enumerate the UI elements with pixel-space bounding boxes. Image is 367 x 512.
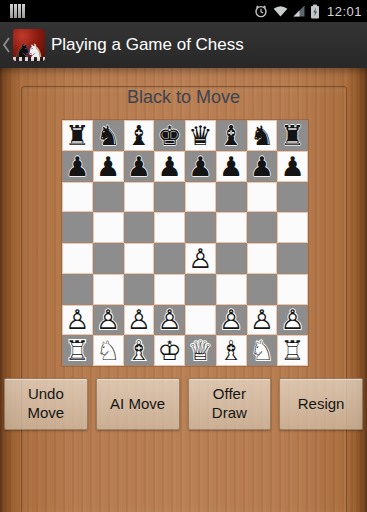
piece-white-pawn-b2: ♟♙ xyxy=(93,305,124,336)
square-b3[interactable] xyxy=(93,274,124,305)
square-h8[interactable]: ♜ xyxy=(277,120,308,151)
piece-white-pawn-e4: ♟♙ xyxy=(185,243,216,274)
square-g1[interactable]: ♞♘ xyxy=(247,335,278,366)
square-c8[interactable]: ♝ xyxy=(124,120,155,151)
square-g2[interactable]: ♟♙ xyxy=(247,305,278,336)
square-f1[interactable]: ♝♗ xyxy=(216,335,247,366)
square-c5[interactable] xyxy=(124,212,155,243)
ai-move-button[interactable]: AI Move xyxy=(96,378,180,430)
square-h2[interactable]: ♟♙ xyxy=(277,305,308,336)
status-time: 12:01 xyxy=(327,4,362,19)
piece-black-knight-g8: ♞ xyxy=(250,122,274,149)
piece-black-pawn-d7: ♟ xyxy=(158,153,182,180)
piece-black-rook-h8: ♜ xyxy=(281,122,305,149)
square-b1[interactable]: ♞♘ xyxy=(93,335,124,366)
square-a5[interactable] xyxy=(62,212,93,243)
square-g3[interactable] xyxy=(247,274,278,305)
square-c2[interactable]: ♟♙ xyxy=(124,305,155,336)
square-a2[interactable]: ♟♙ xyxy=(62,305,93,336)
piece-white-bishop-c1: ♝♗ xyxy=(124,335,155,366)
button-row: Undo Move AI Move Offer Draw Resign xyxy=(4,378,363,430)
chess-board[interactable]: ♜♞♝♚♛♝♞♜♟♟♟♟♟♟♟♟♟♙♟♙♟♙♟♙♟♙♟♙♟♙♟♙♜♖♞♘♝♗♚♔… xyxy=(62,120,308,366)
piece-white-pawn-c2: ♟♙ xyxy=(124,305,155,336)
status-bar: 12:01 xyxy=(0,0,367,22)
piece-black-king-d8: ♚ xyxy=(158,122,182,149)
square-b7[interactable]: ♟ xyxy=(93,151,124,182)
square-b6[interactable] xyxy=(93,182,124,213)
square-a1[interactable]: ♜♖ xyxy=(62,335,93,366)
square-c4[interactable] xyxy=(124,243,155,274)
square-g6[interactable] xyxy=(247,182,278,213)
checkerboard-strip xyxy=(13,57,45,61)
square-g7[interactable]: ♟ xyxy=(247,151,278,182)
square-f3[interactable] xyxy=(216,274,247,305)
piece-black-rook-a8: ♜ xyxy=(65,122,89,149)
piece-white-pawn-h2: ♟♙ xyxy=(277,305,308,336)
square-g4[interactable] xyxy=(247,243,278,274)
piece-white-bishop-f1: ♝♗ xyxy=(216,335,247,366)
square-b5[interactable] xyxy=(93,212,124,243)
square-a7[interactable]: ♟ xyxy=(62,151,93,182)
offer-draw-button[interactable]: Offer Draw xyxy=(188,378,272,430)
square-e3[interactable] xyxy=(185,274,216,305)
piece-white-king-d1: ♚♔ xyxy=(154,335,185,366)
square-e5[interactable] xyxy=(185,212,216,243)
piece-white-pawn-d2: ♟♙ xyxy=(154,305,185,336)
square-b8[interactable]: ♞ xyxy=(93,120,124,151)
piece-black-pawn-h7: ♟ xyxy=(281,153,305,180)
screen: 12:01 ♞ ♞ Playing a Game of Chess Black … xyxy=(0,0,367,512)
game-background: Black to Move ♜♞♝♚♛♝♞♜♟♟♟♟♟♟♟♟♟♙♟♙♟♙♟♙♟♙… xyxy=(0,68,367,512)
piece-black-pawn-f7: ♟ xyxy=(219,153,243,180)
resign-button[interactable]: Resign xyxy=(279,378,363,430)
square-h6[interactable] xyxy=(277,182,308,213)
action-bar: ♞ ♞ Playing a Game of Chess xyxy=(0,22,367,68)
notification-bars-icon xyxy=(10,4,25,18)
square-h4[interactable] xyxy=(277,243,308,274)
square-h7[interactable]: ♟ xyxy=(277,151,308,182)
status-bar-left xyxy=(5,4,25,18)
square-e2[interactable] xyxy=(185,305,216,336)
piece-black-pawn-b7: ♟ xyxy=(96,153,120,180)
square-d1[interactable]: ♚♔ xyxy=(154,335,185,366)
square-h3[interactable] xyxy=(277,274,308,305)
square-e1[interactable]: ♛♕ xyxy=(185,335,216,366)
square-e8[interactable]: ♛ xyxy=(185,120,216,151)
piece-white-pawn-f2: ♟♙ xyxy=(216,305,247,336)
page-title: Playing a Game of Chess xyxy=(51,35,244,55)
piece-black-pawn-a7: ♟ xyxy=(65,153,89,180)
piece-black-bishop-f8: ♝ xyxy=(219,122,243,149)
wifi-icon xyxy=(272,3,289,19)
square-h5[interactable] xyxy=(277,212,308,243)
piece-white-rook-h1: ♜♖ xyxy=(277,335,308,366)
alarm-icon xyxy=(253,3,269,19)
square-d3[interactable] xyxy=(154,274,185,305)
piece-white-knight-g1: ♞♘ xyxy=(247,335,278,366)
signal-icon xyxy=(292,3,306,19)
piece-white-pawn-g2: ♟♙ xyxy=(247,305,278,336)
piece-black-knight-b8: ♞ xyxy=(96,122,120,149)
back-chevron-icon[interactable] xyxy=(2,33,11,57)
square-e7[interactable]: ♟ xyxy=(185,151,216,182)
piece-white-queen-e1: ♛♕ xyxy=(185,335,216,366)
square-a6[interactable] xyxy=(62,182,93,213)
turn-indicator: Black to Move xyxy=(0,87,367,108)
square-d2[interactable]: ♟♙ xyxy=(154,305,185,336)
app-icon[interactable]: ♞ ♞ xyxy=(13,29,45,61)
square-c3[interactable] xyxy=(124,274,155,305)
square-f7[interactable]: ♟ xyxy=(216,151,247,182)
square-a8[interactable]: ♜ xyxy=(62,120,93,151)
square-f4[interactable] xyxy=(216,243,247,274)
square-d7[interactable]: ♟ xyxy=(154,151,185,182)
square-f5[interactable] xyxy=(216,212,247,243)
piece-white-knight-b1: ♞♘ xyxy=(93,335,124,366)
square-b2[interactable]: ♟♙ xyxy=(93,305,124,336)
square-d4[interactable] xyxy=(154,243,185,274)
square-d5[interactable] xyxy=(154,212,185,243)
square-e4[interactable]: ♟♙ xyxy=(185,243,216,274)
square-d6[interactable] xyxy=(154,182,185,213)
square-c6[interactable] xyxy=(124,182,155,213)
square-f8[interactable]: ♝ xyxy=(216,120,247,151)
piece-black-pawn-e7: ♟ xyxy=(188,153,212,180)
square-c7[interactable]: ♟ xyxy=(124,151,155,182)
piece-black-queen-e8: ♛ xyxy=(188,122,212,149)
square-b4[interactable] xyxy=(93,243,124,274)
square-c1[interactable]: ♝♗ xyxy=(124,335,155,366)
piece-black-pawn-c7: ♟ xyxy=(127,153,151,180)
piece-black-bishop-c8: ♝ xyxy=(127,122,151,149)
square-a4[interactable] xyxy=(62,243,93,274)
square-g5[interactable] xyxy=(247,212,278,243)
status-bar-right: 12:01 xyxy=(253,3,362,20)
battery-charging-icon xyxy=(309,3,321,20)
square-a3[interactable] xyxy=(62,274,93,305)
piece-black-pawn-g7: ♟ xyxy=(250,153,274,180)
square-h1[interactable]: ♜♖ xyxy=(277,335,308,366)
square-e6[interactable] xyxy=(185,182,216,213)
square-d8[interactable]: ♚ xyxy=(154,120,185,151)
square-f6[interactable] xyxy=(216,182,247,213)
square-f2[interactable]: ♟♙ xyxy=(216,305,247,336)
square-g8[interactable]: ♞ xyxy=(247,120,278,151)
piece-white-rook-a1: ♜♖ xyxy=(62,335,93,366)
undo-move-button[interactable]: Undo Move xyxy=(4,378,88,430)
piece-white-pawn-a2: ♟♙ xyxy=(62,305,93,336)
